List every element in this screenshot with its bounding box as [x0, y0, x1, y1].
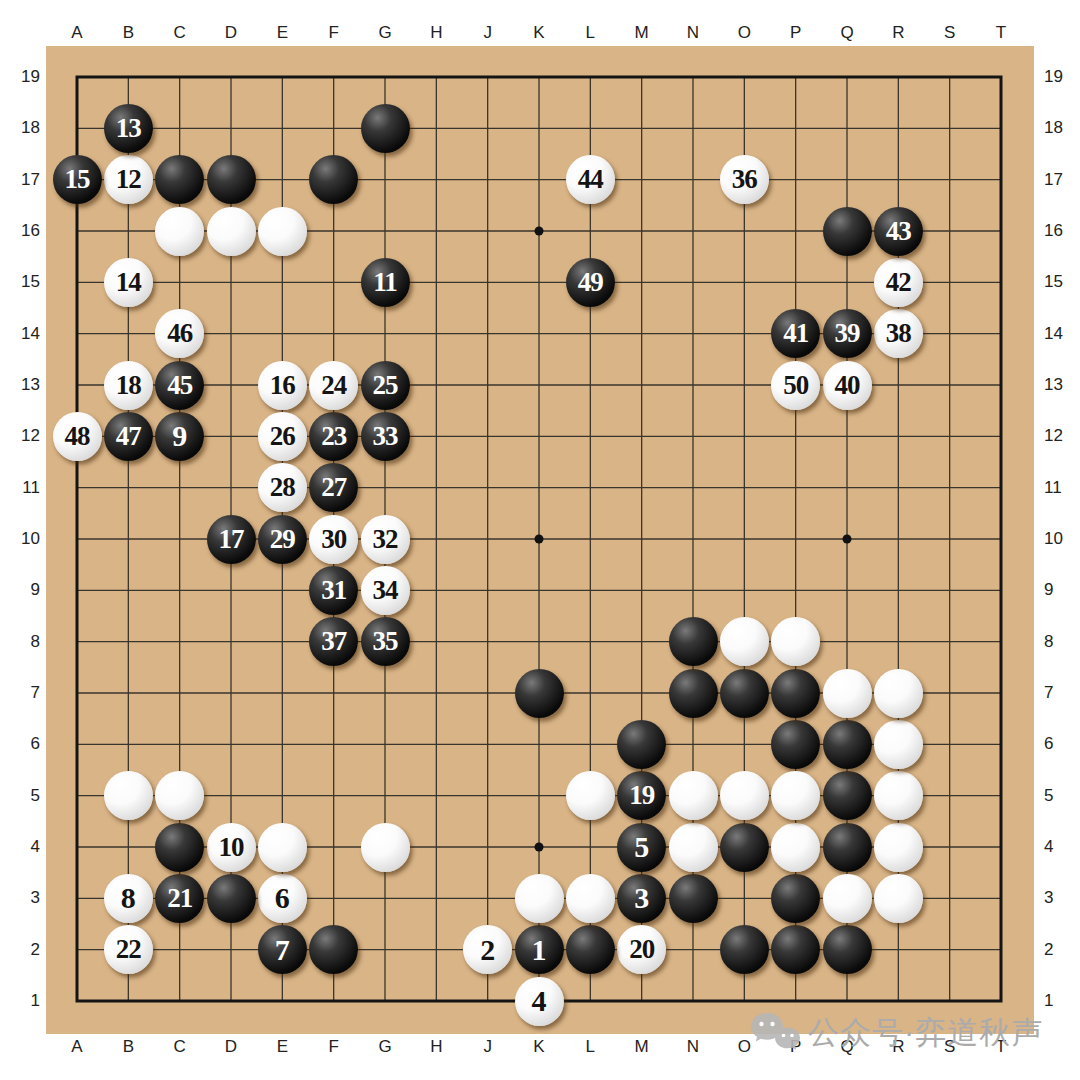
go-diagram-page: 1234567891011121314151617181920212223242… — [0, 0, 1080, 1080]
move-number: 45 — [167, 372, 192, 399]
move-number: 39 — [835, 320, 860, 347]
star-point-K4 — [535, 843, 544, 852]
row-label-right-7: 7 — [1044, 684, 1078, 702]
move-number: 36 — [732, 166, 757, 193]
white-stone-G9: 34 — [361, 566, 410, 615]
white-stone-E11: 28 — [258, 463, 307, 512]
white-stone-P13: 50 — [771, 361, 820, 410]
move-number: 10 — [219, 834, 244, 861]
watermark: 公众号·弈道秋声 — [750, 1012, 1043, 1054]
black-stone-M3: 3 — [617, 874, 666, 923]
move-number: 42 — [886, 269, 911, 296]
column-label-top-K: K — [513, 24, 565, 42]
move-number: 32 — [373, 526, 398, 553]
column-label-top-F: F — [308, 24, 360, 42]
white-stone-F10: 30 — [309, 515, 358, 564]
column-label-top-M: M — [616, 24, 668, 42]
column-label-top-P: P — [770, 24, 822, 42]
row-label-right-1: 1 — [1044, 992, 1078, 1010]
black-stone-P7 — [771, 669, 820, 718]
watermark-text: 公众号·弈道秋声 — [808, 1012, 1043, 1054]
black-stone-Q14: 39 — [823, 309, 872, 358]
row-label-left-15: 15 — [6, 273, 40, 291]
white-stone-R3 — [874, 874, 923, 923]
white-stone-Q3 — [823, 874, 872, 923]
white-stone-R5 — [874, 771, 923, 820]
white-stone-E12: 26 — [258, 412, 307, 461]
move-number: 23 — [321, 423, 346, 450]
white-stone-O8 — [720, 617, 769, 666]
row-label-right-13: 13 — [1044, 376, 1078, 394]
column-label-top-L: L — [564, 24, 616, 42]
row-label-left-18: 18 — [6, 119, 40, 137]
column-label-top-H: H — [410, 24, 462, 42]
move-number: 6 — [275, 883, 290, 913]
white-stone-P8 — [771, 617, 820, 666]
white-stone-Q7 — [823, 669, 872, 718]
move-number: 27 — [321, 474, 346, 501]
black-stone-Q6 — [823, 720, 872, 769]
white-stone-E3: 6 — [258, 874, 307, 923]
black-stone-G18 — [361, 104, 410, 153]
white-stone-B5 — [104, 771, 153, 820]
move-number: 4 — [532, 986, 547, 1016]
white-stone-J2: 2 — [463, 925, 512, 974]
white-stone-C14: 46 — [155, 309, 204, 358]
white-stone-B17: 12 — [104, 155, 153, 204]
black-stone-E10: 29 — [258, 515, 307, 564]
move-number: 20 — [629, 936, 654, 963]
row-label-left-14: 14 — [6, 325, 40, 343]
move-number: 24 — [321, 372, 346, 399]
column-label-bottom-A: A — [51, 1038, 103, 1056]
white-stone-B13: 18 — [104, 361, 153, 410]
black-stone-L15: 49 — [566, 258, 615, 307]
move-number: 44 — [578, 166, 603, 193]
row-label-right-14: 14 — [1044, 325, 1078, 343]
move-number: 16 — [270, 372, 295, 399]
white-stone-C16 — [155, 207, 204, 256]
black-stone-F12: 23 — [309, 412, 358, 461]
column-label-top-O: O — [718, 24, 770, 42]
black-stone-P6 — [771, 720, 820, 769]
black-stone-Q5 — [823, 771, 872, 820]
column-label-bottom-C: C — [154, 1038, 206, 1056]
move-number: 15 — [65, 166, 90, 193]
column-label-top-N: N — [667, 24, 719, 42]
row-label-left-1: 1 — [6, 992, 40, 1010]
black-stone-M6 — [617, 720, 666, 769]
black-stone-E2: 7 — [258, 925, 307, 974]
white-stone-K3 — [515, 874, 564, 923]
black-stone-C3: 21 — [155, 874, 204, 923]
black-stone-N8 — [669, 617, 718, 666]
black-stone-G12: 33 — [361, 412, 410, 461]
row-label-left-11: 11 — [6, 479, 40, 497]
black-stone-G13: 25 — [361, 361, 410, 410]
move-number: 26 — [270, 423, 295, 450]
move-number: 5 — [634, 832, 649, 862]
column-label-bottom-G: G — [359, 1038, 411, 1056]
row-label-right-4: 4 — [1044, 838, 1078, 856]
row-label-right-11: 11 — [1044, 479, 1078, 497]
row-label-left-3: 3 — [6, 889, 40, 907]
row-label-left-5: 5 — [6, 787, 40, 805]
white-stone-O5 — [720, 771, 769, 820]
black-stone-O7 — [720, 669, 769, 718]
black-stone-F2 — [309, 925, 358, 974]
row-label-left-19: 19 — [6, 68, 40, 86]
column-label-top-S: S — [924, 24, 976, 42]
column-label-bottom-N: N — [667, 1038, 719, 1056]
move-number: 41 — [783, 320, 808, 347]
move-number: 47 — [116, 423, 141, 450]
row-label-right-3: 3 — [1044, 889, 1078, 907]
row-label-right-15: 15 — [1044, 273, 1078, 291]
column-label-bottom-K: K — [513, 1038, 565, 1056]
move-number: 19 — [629, 782, 654, 809]
black-stone-O4 — [720, 823, 769, 872]
move-number: 13 — [116, 115, 141, 142]
white-stone-R15: 42 — [874, 258, 923, 307]
white-stone-R14: 38 — [874, 309, 923, 358]
column-label-top-Q: Q — [821, 24, 873, 42]
go-board: 1234567891011121314151617181920212223242… — [46, 46, 1034, 1034]
move-number: 34 — [373, 577, 398, 604]
star-point-K10 — [535, 535, 544, 544]
white-stone-R7 — [874, 669, 923, 718]
white-stone-P4 — [771, 823, 820, 872]
move-number: 49 — [578, 269, 603, 296]
column-label-bottom-E: E — [256, 1038, 308, 1056]
white-stone-L17: 44 — [566, 155, 615, 204]
row-label-left-9: 9 — [6, 581, 40, 599]
black-stone-C13: 45 — [155, 361, 204, 410]
move-number: 43 — [886, 218, 911, 245]
black-stone-F8: 37 — [309, 617, 358, 666]
move-number: 50 — [783, 372, 808, 399]
row-label-left-16: 16 — [6, 222, 40, 240]
row-label-right-5: 5 — [1044, 787, 1078, 805]
row-label-right-10: 10 — [1044, 530, 1078, 548]
row-label-right-19: 19 — [1044, 68, 1078, 86]
black-stone-P2 — [771, 925, 820, 974]
row-label-left-12: 12 — [6, 427, 40, 445]
black-stone-B12: 47 — [104, 412, 153, 461]
black-stone-N7 — [669, 669, 718, 718]
move-number: 35 — [373, 628, 398, 655]
move-number: 2 — [480, 935, 495, 965]
move-number: 29 — [270, 526, 295, 553]
move-number: 25 — [373, 372, 398, 399]
black-stone-Q2 — [823, 925, 872, 974]
column-label-bottom-B: B — [102, 1038, 154, 1056]
row-label-right-9: 9 — [1044, 581, 1078, 599]
move-number: 37 — [321, 628, 346, 655]
black-stone-F11: 27 — [309, 463, 358, 512]
black-stone-P14: 41 — [771, 309, 820, 358]
column-label-top-E: E — [256, 24, 308, 42]
move-number: 11 — [373, 269, 397, 296]
row-label-left-4: 4 — [6, 838, 40, 856]
black-stone-G15: 11 — [361, 258, 410, 307]
column-label-bottom-F: F — [308, 1038, 360, 1056]
black-stone-C12: 9 — [155, 412, 204, 461]
black-stone-Q16 — [823, 207, 872, 256]
black-stone-R16: 43 — [874, 207, 923, 256]
wechat-icon — [750, 1012, 800, 1054]
move-number: 18 — [116, 372, 141, 399]
row-label-right-12: 12 — [1044, 427, 1078, 445]
move-number: 40 — [835, 372, 860, 399]
white-stone-Q13: 40 — [823, 361, 872, 410]
white-stone-E13: 16 — [258, 361, 307, 410]
column-label-top-T: T — [975, 24, 1027, 42]
star-point-Q10 — [843, 535, 852, 544]
white-stone-D4: 10 — [207, 823, 256, 872]
white-stone-N5 — [669, 771, 718, 820]
black-stone-M4: 5 — [617, 823, 666, 872]
white-stone-G10: 32 — [361, 515, 410, 564]
row-label-left-8: 8 — [6, 633, 40, 651]
star-point-K16 — [535, 227, 544, 236]
column-label-top-C: C — [154, 24, 206, 42]
move-number: 31 — [321, 577, 346, 604]
white-stone-M2: 20 — [617, 925, 666, 974]
move-number: 9 — [172, 421, 187, 451]
black-stone-F9: 31 — [309, 566, 358, 615]
row-label-left-7: 7 — [6, 684, 40, 702]
white-stone-F13: 24 — [309, 361, 358, 410]
black-stone-K7 — [515, 669, 564, 718]
black-stone-C4 — [155, 823, 204, 872]
white-stone-N4 — [669, 823, 718, 872]
white-stone-A12: 48 — [53, 412, 102, 461]
black-stone-K2: 1 — [515, 925, 564, 974]
column-label-bottom-L: L — [564, 1038, 616, 1056]
column-label-top-A: A — [51, 24, 103, 42]
black-stone-G8: 35 — [361, 617, 410, 666]
white-stone-R4 — [874, 823, 923, 872]
white-stone-B2: 22 — [104, 925, 153, 974]
column-label-top-J: J — [462, 24, 514, 42]
move-number: 38 — [886, 320, 911, 347]
black-stone-D3 — [207, 874, 256, 923]
white-stone-E16 — [258, 207, 307, 256]
white-stone-B15: 14 — [104, 258, 153, 307]
white-stone-B3: 8 — [104, 874, 153, 923]
column-label-bottom-H: H — [410, 1038, 462, 1056]
white-stone-D16 — [207, 207, 256, 256]
move-number: 7 — [275, 935, 290, 965]
black-stone-N3 — [669, 874, 718, 923]
move-number: 33 — [373, 423, 398, 450]
white-stone-L3 — [566, 874, 615, 923]
move-number: 48 — [65, 423, 90, 450]
black-stone-B18: 13 — [104, 104, 153, 153]
row-label-right-2: 2 — [1044, 941, 1078, 959]
column-label-top-G: G — [359, 24, 411, 42]
move-number: 1 — [532, 935, 547, 965]
column-label-bottom-D: D — [205, 1038, 257, 1056]
row-label-left-17: 17 — [6, 171, 40, 189]
row-label-right-16: 16 — [1044, 222, 1078, 240]
white-stone-G4 — [361, 823, 410, 872]
black-stone-O2 — [720, 925, 769, 974]
row-label-right-6: 6 — [1044, 735, 1078, 753]
white-stone-L5 — [566, 771, 615, 820]
move-number: 14 — [116, 269, 141, 296]
row-label-left-13: 13 — [6, 376, 40, 394]
black-stone-Q4 — [823, 823, 872, 872]
white-stone-K1: 4 — [515, 977, 564, 1026]
row-label-left-10: 10 — [6, 530, 40, 548]
move-number: 46 — [167, 320, 192, 347]
white-stone-P5 — [771, 771, 820, 820]
column-label-top-D: D — [205, 24, 257, 42]
column-label-bottom-M: M — [616, 1038, 668, 1056]
black-stone-C17 — [155, 155, 204, 204]
white-stone-C5 — [155, 771, 204, 820]
black-stone-M5: 19 — [617, 771, 666, 820]
row-label-right-8: 8 — [1044, 633, 1078, 651]
move-number: 3 — [634, 883, 649, 913]
black-stone-D10: 17 — [207, 515, 256, 564]
move-number: 28 — [270, 474, 295, 501]
move-number: 12 — [116, 166, 141, 193]
white-stone-R6 — [874, 720, 923, 769]
row-label-right-18: 18 — [1044, 119, 1078, 137]
move-number: 22 — [116, 936, 141, 963]
row-label-left-6: 6 — [6, 735, 40, 753]
white-stone-E4 — [258, 823, 307, 872]
row-label-left-2: 2 — [6, 941, 40, 959]
black-stone-F17 — [309, 155, 358, 204]
column-label-top-B: B — [102, 24, 154, 42]
move-number: 21 — [167, 885, 192, 912]
white-stone-O17: 36 — [720, 155, 769, 204]
black-stone-P3 — [771, 874, 820, 923]
move-number: 8 — [121, 883, 136, 913]
column-label-bottom-J: J — [462, 1038, 514, 1056]
black-stone-A17: 15 — [53, 155, 102, 204]
row-label-right-17: 17 — [1044, 171, 1078, 189]
move-number: 17 — [219, 526, 244, 553]
black-stone-L2 — [566, 925, 615, 974]
column-label-top-R: R — [872, 24, 924, 42]
move-number: 30 — [321, 526, 346, 553]
black-stone-D17 — [207, 155, 256, 204]
